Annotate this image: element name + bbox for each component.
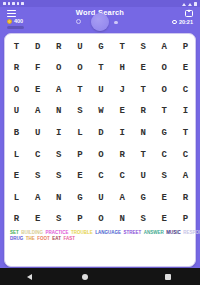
grid-cell[interactable]: T — [112, 36, 133, 58]
grid-cell[interactable]: T — [69, 79, 90, 101]
grid-cell[interactable]: G — [90, 36, 111, 58]
grid-cell[interactable]: O — [154, 79, 175, 101]
word-list-item: TROUBLE — [71, 230, 93, 235]
grid-cell[interactable]: G — [154, 122, 175, 144]
grid-cell[interactable]: P — [175, 36, 196, 58]
grid-cell[interactable]: R — [6, 58, 27, 80]
grid-cell[interactable]: T — [154, 101, 175, 123]
word-list-item: MUSIC — [166, 230, 181, 235]
grid-cell[interactable]: N — [48, 187, 69, 209]
grid-cell[interactable]: D — [27, 36, 48, 58]
grid-cell[interactable]: O — [90, 208, 111, 230]
grid-cell[interactable]: U — [133, 165, 154, 187]
grid-cell[interactable]: S — [133, 208, 154, 230]
word-list-item: PRACTICE — [46, 230, 69, 235]
grid-cell[interactable]: S — [69, 101, 90, 123]
grid-cell[interactable]: G — [69, 187, 90, 209]
grid-cell[interactable]: T — [6, 36, 27, 58]
grid-cell[interactable]: R — [48, 36, 69, 58]
grid-cell[interactable]: D — [90, 122, 111, 144]
shuffle-button[interactable] — [91, 13, 109, 31]
grid-cell[interactable]: R — [175, 187, 196, 209]
share-icon[interactable] — [185, 10, 193, 17]
timer: 20:21 — [172, 19, 193, 25]
word-list-item: EAT — [52, 236, 61, 241]
coin-counter[interactable]: 400 — [7, 18, 23, 24]
grid-cell[interactable]: F — [27, 58, 48, 80]
grid-cell[interactable]: O — [90, 144, 111, 166]
grid-cell[interactable]: L — [6, 144, 27, 166]
grid-cell[interactable]: E — [27, 208, 48, 230]
android-nav-bar — [0, 268, 200, 285]
grid-cell[interactable]: I — [175, 101, 196, 123]
hint-icon[interactable] — [76, 19, 81, 24]
grid-cell[interactable]: J — [112, 79, 133, 101]
grid-cell[interactable]: E — [133, 58, 154, 80]
grid-cell[interactable]: P — [69, 144, 90, 166]
grid-cell[interactable]: R — [133, 101, 154, 123]
grid-cell[interactable]: T — [90, 58, 111, 80]
menu-icon[interactable] — [7, 10, 16, 18]
grid-cell[interactable]: A — [48, 79, 69, 101]
signal-icon — [188, 3, 192, 6]
grid-cell[interactable]: E — [175, 58, 196, 80]
grid-cell[interactable]: U — [69, 36, 90, 58]
home-icon[interactable] — [82, 274, 88, 280]
grid-cell[interactable]: S — [27, 165, 48, 187]
recents-icon[interactable] — [165, 274, 171, 280]
grid-cell[interactable]: O — [48, 58, 69, 80]
word-list-item: DRUG — [10, 236, 23, 241]
grid-cell[interactable]: B — [6, 122, 27, 144]
grid-cell[interactable]: U — [90, 79, 111, 101]
grid-cell[interactable]: P — [69, 208, 90, 230]
grid-cell[interactable]: E — [69, 165, 90, 187]
grid-cell[interactable]: S — [154, 165, 175, 187]
word-search-app: Word Search 400 20:21 TDRUGTSAPRFOOTHEOE… — [0, 0, 200, 285]
letter-grid: TDRUGTSAPRFOOTHEOEOEATUJTOCUANSWERTIBUIL… — [6, 36, 196, 230]
grid-cell[interactable]: E — [6, 165, 27, 187]
grid-cell[interactable]: P — [175, 208, 196, 230]
system-status-icons — [182, 2, 197, 6]
grid-cell[interactable]: E — [154, 208, 175, 230]
timer-value: 20:21 — [179, 19, 193, 25]
word-list-item: THE — [26, 236, 35, 241]
wifi-icon — [182, 3, 186, 6]
grid-cell[interactable]: U — [6, 101, 27, 123]
coin-value: 400 — [14, 18, 23, 24]
clock-icon — [172, 20, 177, 25]
grid-cell[interactable]: C — [112, 165, 133, 187]
grid-cell[interactable]: C — [154, 144, 175, 166]
grid-cell[interactable]: S — [48, 208, 69, 230]
grid-cell[interactable]: O — [154, 58, 175, 80]
grid-cell[interactable]: N — [133, 122, 154, 144]
word-list-item: BUILDING — [21, 230, 43, 235]
grid-cell[interactable]: R — [112, 144, 133, 166]
grid-cell[interactable]: O — [69, 58, 90, 80]
grid-cell[interactable]: N — [112, 208, 133, 230]
notification-icon — [17, 2, 20, 5]
battery-icon — [194, 2, 197, 6]
status-bar — [0, 0, 200, 7]
notification-icon — [21, 2, 24, 5]
coin-progress-bar — [7, 26, 24, 29]
back-icon[interactable] — [27, 274, 32, 280]
booster-icon[interactable] — [114, 21, 118, 24]
grid-cell[interactable]: A — [27, 101, 48, 123]
grid-cell[interactable]: A — [112, 187, 133, 209]
word-list-item: FAST — [63, 236, 75, 241]
notification-icon — [3, 2, 6, 5]
grid-cell[interactable]: I — [48, 122, 69, 144]
word-list-item: SET — [10, 230, 19, 235]
grid-cell[interactable]: A — [27, 187, 48, 209]
word-list-line-2: DRUGTHEFOOTEATFAST — [10, 236, 192, 243]
grid-cell[interactable]: S — [48, 144, 69, 166]
grid-cell[interactable]: T — [133, 79, 154, 101]
grid-cell[interactable]: E — [154, 187, 175, 209]
grid-cell[interactable]: W — [90, 101, 111, 123]
grid-cell[interactable]: A — [154, 36, 175, 58]
grid-cell[interactable]: H — [112, 58, 133, 80]
grid-cell[interactable]: R — [6, 208, 27, 230]
notification-icon — [8, 2, 11, 5]
grid-cell[interactable]: U — [27, 122, 48, 144]
coin-icon — [7, 19, 12, 24]
grid-cell[interactable]: E — [112, 101, 133, 123]
grid-cell[interactable]: U — [90, 187, 111, 209]
word-list-item: FOOT — [37, 236, 50, 241]
grid-cell[interactable]: E — [27, 79, 48, 101]
grid-cell[interactable]: A — [175, 165, 196, 187]
grid-cell[interactable]: G — [133, 187, 154, 209]
grid-cell[interactable]: L — [6, 187, 27, 209]
grid-cell[interactable]: N — [48, 101, 69, 123]
notification-icon — [12, 2, 15, 5]
grid-cell[interactable]: T — [175, 122, 196, 144]
grid-cell[interactable]: S — [133, 36, 154, 58]
grid-cell[interactable]: C — [90, 165, 111, 187]
word-list-item: STREET — [124, 230, 142, 235]
grid-cell[interactable]: T — [133, 144, 154, 166]
grid-cell[interactable]: L — [69, 122, 90, 144]
word-list-item: ANSWER — [144, 230, 164, 235]
grid-cell[interactable]: I — [112, 122, 133, 144]
grid-cell[interactable]: C — [175, 144, 196, 166]
grid-cell[interactable]: O — [6, 79, 27, 101]
word-list: SETBUILDINGPRACTICETROUBLELANGUAGESTREET… — [10, 229, 192, 242]
grid-cell[interactable]: C — [175, 79, 196, 101]
puzzle-card: TDRUGTSAPRFOOTHEOEOEATUJTOCUANSWERTIBUIL… — [4, 33, 196, 267]
word-list-item: LANGUAGE — [95, 230, 121, 235]
grid-cell[interactable]: S — [48, 165, 69, 187]
notification-icons — [3, 2, 24, 5]
word-list-item: RESPONSE — [183, 230, 200, 235]
grid-cell[interactable]: C — [27, 144, 48, 166]
